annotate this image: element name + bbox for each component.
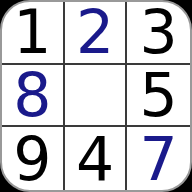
icon-background: 1 2 3 8 5 9 4 7 bbox=[0, 0, 192, 192]
cell-r1c0[interactable]: 8 bbox=[2, 65, 65, 128]
cell-r1c2[interactable]: 5 bbox=[127, 65, 190, 128]
cell-r0c2[interactable]: 3 bbox=[127, 2, 190, 65]
cell-r2c0[interactable]: 9 bbox=[2, 127, 65, 190]
sudoku-board: 1 2 3 8 5 9 4 7 bbox=[0, 0, 192, 192]
cell-r1c1[interactable] bbox=[65, 65, 128, 128]
cell-r2c1[interactable]: 4 bbox=[65, 127, 128, 190]
cell-r2c2[interactable]: 7 bbox=[127, 127, 190, 190]
cell-r0c1[interactable]: 2 bbox=[65, 2, 128, 65]
cell-r0c0[interactable]: 1 bbox=[2, 2, 65, 65]
